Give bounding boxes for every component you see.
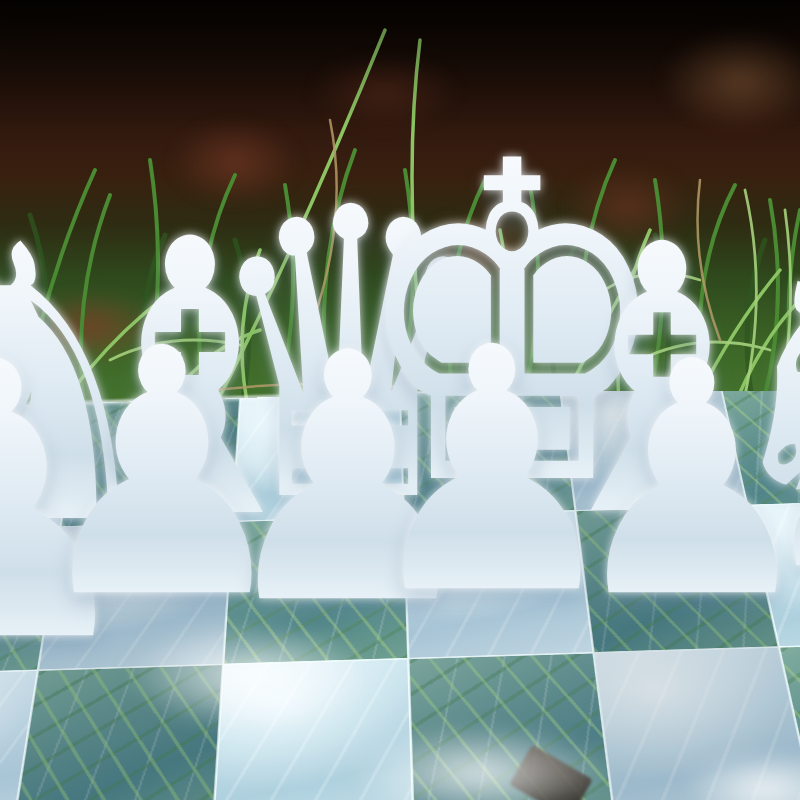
white-pawn-f2[interactable]: ♟ (565, 320, 800, 642)
photo-frosted-glass-chess: ♞♝♛♚♝♞♟♟♟♟♟ (0, 0, 800, 800)
pieces-layer: ♞♝♛♚♝♞♟♟♟♟♟ (0, 0, 800, 800)
